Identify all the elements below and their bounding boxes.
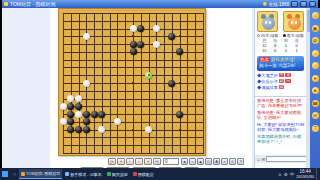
white-stone[interactable] xyxy=(114,118,121,125)
task-icon xyxy=(21,172,25,176)
help-icon[interactable]: ? xyxy=(312,125,319,132)
grid-line xyxy=(203,13,204,154)
nav-button[interactable]: « xyxy=(117,158,125,165)
app-window: TOM对弈 - 围棋对局 在线:1868 — □ × |««‹›»»|●○▲□A… xyxy=(2,0,318,168)
grid-line xyxy=(156,13,157,154)
black-stone[interactable] xyxy=(67,126,74,133)
tool-button[interactable]: ? xyxy=(237,158,244,165)
right-panel: 白方:游客 黑方:游客 胜负和逃1281015601 热卖好礼大放送! 购卡一族… xyxy=(254,8,306,168)
maximize-button[interactable]: □ xyxy=(300,1,307,7)
black-stone[interactable] xyxy=(83,126,90,133)
nav-button[interactable]: »| xyxy=(153,158,161,165)
phone-icon[interactable]: ☎ xyxy=(312,100,319,107)
black-stone[interactable] xyxy=(176,48,183,55)
grid-line xyxy=(63,153,204,154)
nav-button[interactable]: |« xyxy=(108,158,116,165)
player-stats-table: 胜负和逃1281015601 xyxy=(255,38,306,55)
black-stone[interactable] xyxy=(75,103,82,110)
nav-button[interactable]: › xyxy=(135,158,143,165)
black-stone[interactable] xyxy=(137,41,144,48)
chat-message: 这盘黑棋形势不错, 白棋要加油了! ^_^ xyxy=(257,134,305,144)
stats-value: 1 xyxy=(291,49,302,54)
grid-line xyxy=(141,13,142,154)
tray-icon[interactable]: ⚙ xyxy=(284,172,288,177)
game-panel: |««‹›»»|●○▲□A×≡? 对局信息形势判断申请悔棋申请和棋认输 xyxy=(50,8,252,168)
task-button[interactable]: 网页浏览 xyxy=(105,169,130,179)
tool-button[interactable]: ▲ xyxy=(197,158,204,165)
black-stone[interactable] xyxy=(67,111,74,118)
task-button[interactable]: TOM对弈-围棋对局 xyxy=(19,169,62,179)
grid-line xyxy=(63,99,204,100)
spectator-badge: 封 xyxy=(285,79,291,84)
emoticon-sidebar: ☺▣✿♪☼♥★☎✉? xyxy=(310,8,320,168)
grid-line xyxy=(63,106,204,107)
black-stone[interactable] xyxy=(98,111,105,118)
black-stone[interactable] xyxy=(91,111,98,118)
spectator-row[interactable]: ◆清风过客级 xyxy=(257,85,304,90)
gift-icon[interactable]: ▣ xyxy=(312,25,319,32)
white-stone[interactable] xyxy=(145,126,152,133)
start-button[interactable] xyxy=(0,168,10,180)
spectator-badge: 中 xyxy=(279,73,285,78)
black-stone[interactable] xyxy=(67,118,74,125)
tool-button[interactable]: ● xyxy=(181,158,188,165)
white-stone[interactable] xyxy=(67,95,74,102)
system-tray: ∧⚙中 16:44 2019/5/30 xyxy=(278,168,320,180)
smiley-icon[interactable]: ☺ xyxy=(312,12,319,19)
grid-line xyxy=(164,13,165,154)
grid-line xyxy=(195,13,196,154)
black-stone[interactable] xyxy=(67,103,74,110)
taskbar-clock[interactable]: 16:44 2019/5/30 xyxy=(296,169,314,179)
window-title: TOM对弈 - 围棋对局 xyxy=(10,0,55,8)
app-icon xyxy=(4,2,8,6)
white-stone[interactable] xyxy=(153,25,160,32)
tray-icon[interactable]: 中 xyxy=(290,172,295,177)
show-desktop-button[interactable] xyxy=(316,168,318,180)
promo-chip: 热卖 xyxy=(259,57,270,62)
white-stone[interactable] xyxy=(75,95,82,102)
black-stone[interactable] xyxy=(137,25,144,32)
chat-input-bar: ☺ ✉ 发送 xyxy=(255,155,307,163)
white-stone[interactable] xyxy=(83,80,90,87)
spectator-list: ◆大海之声中退◆快乐小子级封◆清风过客级 xyxy=(255,72,306,92)
tool-button[interactable]: A xyxy=(213,158,220,165)
grid-line xyxy=(63,91,204,92)
task-button[interactable]: 围棋教室 xyxy=(131,169,156,179)
move-number-input[interactable] xyxy=(163,158,179,165)
white-player-avatar xyxy=(257,11,278,32)
screenshot-root: TOM对弈 - 围棋对局 在线:1868 — □ × |««‹›»»|●○▲□A… xyxy=(0,0,320,180)
grid-line xyxy=(187,13,188,154)
minimize-button[interactable]: — xyxy=(291,1,298,7)
black-player-avatar xyxy=(283,11,304,32)
spectator-badge: 级 xyxy=(279,79,285,84)
mail-icon[interactable]: ✉ xyxy=(312,112,319,119)
white-stone[interactable] xyxy=(98,126,105,133)
black-stone[interactable] xyxy=(168,33,175,40)
stats-value: 0 xyxy=(281,49,292,54)
white-stone[interactable] xyxy=(60,103,67,110)
black-stone[interactable] xyxy=(75,126,82,133)
black-stone[interactable] xyxy=(83,118,90,125)
tool-button[interactable]: ≡ xyxy=(229,158,236,165)
player-avatars xyxy=(255,8,306,32)
black-stone[interactable] xyxy=(130,41,137,48)
black-stone[interactable] xyxy=(130,48,137,55)
white-stone[interactable] xyxy=(130,25,137,32)
task-button[interactable]: 新手棋谱 - 记事本 xyxy=(63,169,104,179)
chat-message: Hi, 大家好! 欢迎来到TOM对弈, 祝大家游戏愉快~ xyxy=(257,122,305,132)
stats-value: 15 xyxy=(259,49,270,54)
search-icon[interactable]: ○ xyxy=(10,171,19,177)
nav-button[interactable]: » xyxy=(144,158,152,165)
spectator-row[interactable]: ◆大海之声中退 xyxy=(257,73,304,78)
grid-line xyxy=(63,145,204,146)
black-stone[interactable] xyxy=(168,80,175,87)
star-point xyxy=(179,129,181,131)
star-point xyxy=(179,82,181,84)
white-stone[interactable] xyxy=(83,33,90,40)
go-board[interactable] xyxy=(58,8,206,156)
star-point xyxy=(132,129,134,131)
chat-message: 系统信息: 禁止发布任何广告, 违者将被封号处理! xyxy=(257,98,305,108)
promo-banner[interactable]: 热卖好礼大放送! 购卡一族 优惠2倍! xyxy=(257,56,304,71)
task-buttons: TOM对弈-围棋对局新手棋谱 - 记事本网页浏览围棋教室 xyxy=(19,169,157,179)
white-stone[interactable] xyxy=(153,41,160,48)
windows-logo-icon xyxy=(2,171,8,177)
flower-icon[interactable]: ✿ xyxy=(312,37,319,44)
spectator-badge: 退 xyxy=(285,73,291,78)
spectator-badge: 级 xyxy=(279,85,285,90)
tool-button[interactable]: □ xyxy=(205,158,212,165)
sun-icon[interactable]: ☼ xyxy=(312,62,319,69)
task-icon xyxy=(107,172,111,176)
white-stone[interactable] xyxy=(75,111,82,118)
white-stone-last-move[interactable] xyxy=(145,72,152,79)
music-icon[interactable]: ♪ xyxy=(312,50,319,57)
star-point xyxy=(132,82,134,84)
nav-button[interactable]: ‹ xyxy=(126,158,134,165)
tool-button[interactable]: ○ xyxy=(189,158,196,165)
task-icon xyxy=(133,172,137,176)
grid-line xyxy=(63,137,204,138)
tool-button[interactable]: × xyxy=(221,158,228,165)
emoticon-icon[interactable]: ☺ xyxy=(256,156,261,163)
spectator-row[interactable]: ◆快乐小子级封 xyxy=(257,79,304,84)
black-stone[interactable] xyxy=(176,111,183,118)
star-icon[interactable]: ★ xyxy=(312,87,319,94)
white-stone[interactable] xyxy=(60,118,67,125)
windows-taskbar: ○ TOM对弈-围棋对局新手棋谱 - 记事本网页浏览围棋教室 ∧⚙中 16:44… xyxy=(0,168,320,180)
stats-value: 6 xyxy=(270,49,281,54)
mail-icon[interactable]: ✉ xyxy=(262,156,266,163)
heart-icon[interactable]: ♥ xyxy=(312,75,319,82)
online-status: 在线:1868 xyxy=(269,2,289,7)
black-stone[interactable] xyxy=(83,111,90,118)
chat-message: 系统信息: 祝大家对弈愉快, 文明聊天! xyxy=(257,110,305,120)
coin-icon xyxy=(263,2,267,6)
close-button[interactable]: × xyxy=(309,1,316,7)
task-icon xyxy=(65,172,69,176)
move-nav-toolbar: |««‹›»»|●○▲□A×≡? xyxy=(108,158,244,165)
title-bar: TOM对弈 - 围棋对局 在线:1868 — □ × xyxy=(2,0,318,8)
tray-icon[interactable]: ∧ xyxy=(278,172,281,177)
chat-log: 系统信息: 禁止发布任何广告, 违者将被封号处理!系统信息: 祝大家对弈愉快, … xyxy=(255,96,307,154)
